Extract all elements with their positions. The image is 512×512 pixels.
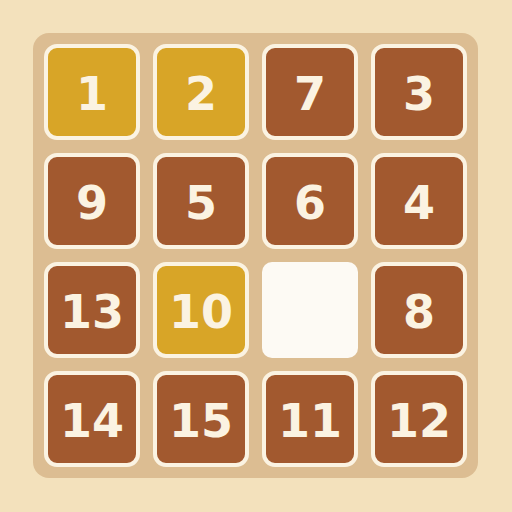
tile-7[interactable]: 7 [262, 44, 358, 140]
tile-2[interactable]: 2 [153, 44, 249, 140]
puzzle-board: 127395641310814151112 [33, 33, 478, 478]
tile-3[interactable]: 3 [371, 44, 467, 140]
tile-15[interactable]: 15 [153, 371, 249, 467]
tile-14[interactable]: 14 [44, 371, 140, 467]
tile-13[interactable]: 13 [44, 262, 140, 358]
tile-9[interactable]: 9 [44, 153, 140, 249]
tile-11[interactable]: 11 [262, 371, 358, 467]
tile-4[interactable]: 4 [371, 153, 467, 249]
tile-6[interactable]: 6 [262, 153, 358, 249]
tile-5[interactable]: 5 [153, 153, 249, 249]
tile-8[interactable]: 8 [371, 262, 467, 358]
tile-1[interactable]: 1 [44, 44, 140, 140]
tile-10[interactable]: 10 [153, 262, 249, 358]
tile-12[interactable]: 12 [371, 371, 467, 467]
empty-cell [262, 262, 358, 358]
